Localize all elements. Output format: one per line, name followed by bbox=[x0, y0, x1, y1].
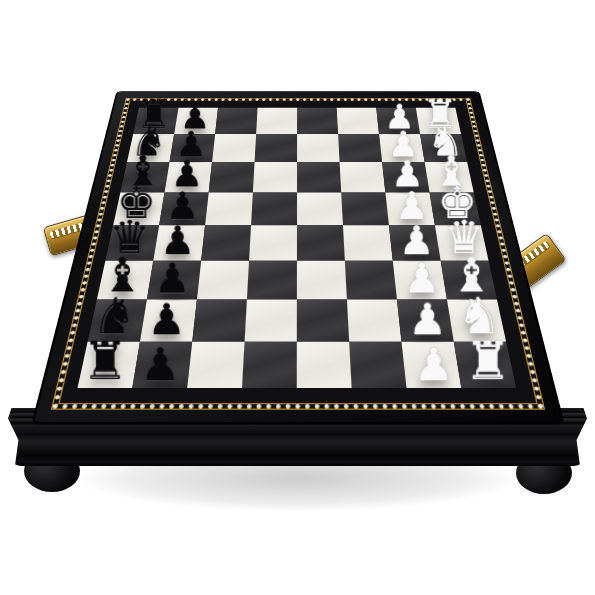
square-b6[interactable] bbox=[192, 300, 247, 342]
square-a3[interactable] bbox=[349, 342, 406, 388]
square-c6[interactable] bbox=[196, 261, 248, 300]
square-b3[interactable] bbox=[346, 300, 401, 342]
square-a6[interactable] bbox=[187, 342, 244, 388]
square-b7[interactable]: ♟ bbox=[139, 300, 196, 342]
square-h4[interactable] bbox=[297, 108, 338, 134]
piece-white-pawn[interactable]: ♟ bbox=[396, 258, 446, 299]
square-d4[interactable] bbox=[296, 225, 344, 261]
square-g3[interactable] bbox=[338, 134, 382, 162]
board-top: ♜♟♟♜♞♟♟♞♝♟♟♝♚♟♟♚♛♟♟♛♝♟♟♝♞♟♟♞♜♟♟♜ bbox=[34, 92, 561, 422]
square-a7[interactable]: ♟ bbox=[132, 342, 192, 388]
square-f3[interactable] bbox=[339, 162, 385, 192]
square-e3[interactable] bbox=[341, 192, 389, 225]
square-c5[interactable] bbox=[246, 261, 296, 300]
square-h6[interactable] bbox=[215, 108, 257, 134]
square-a4[interactable] bbox=[296, 342, 351, 388]
square-b2[interactable]: ♟ bbox=[396, 300, 453, 342]
piece-white-pawn[interactable]: ♟ bbox=[406, 342, 461, 387]
square-a2[interactable]: ♟ bbox=[401, 342, 461, 388]
board-frame: ♜♟♟♜♞♟♟♞♝♟♟♝♚♟♟♚♛♟♟♛♝♟♟♝♞♟♟♞♜♟♟♜ bbox=[34, 92, 561, 422]
square-c3[interactable] bbox=[344, 261, 396, 300]
photo-scene: ♜♟♟♜♞♟♟♞♝♟♟♝♚♟♟♚♛♟♟♛♝♟♟♝♞♟♟♞♜♟♟♜ bbox=[0, 0, 595, 595]
square-g6[interactable] bbox=[212, 134, 256, 162]
square-f4[interactable] bbox=[297, 162, 341, 192]
square-b4[interactable] bbox=[296, 300, 348, 342]
square-a5[interactable] bbox=[241, 342, 296, 388]
piece-white-pawn[interactable]: ♟ bbox=[401, 298, 453, 341]
square-f5[interactable] bbox=[252, 162, 296, 192]
square-d5[interactable] bbox=[249, 225, 297, 261]
square-d3[interactable] bbox=[342, 225, 392, 261]
square-h5[interactable] bbox=[256, 108, 297, 134]
square-b5[interactable] bbox=[244, 300, 296, 342]
square-g4[interactable] bbox=[297, 134, 340, 162]
square-e6[interactable] bbox=[205, 192, 253, 225]
square-c4[interactable] bbox=[296, 261, 346, 300]
piece-black-rook[interactable]: ♜ bbox=[78, 335, 133, 387]
piece-black-pawn[interactable]: ♟ bbox=[132, 342, 187, 387]
square-h3[interactable] bbox=[336, 108, 378, 134]
square-f6[interactable] bbox=[208, 162, 254, 192]
piece-black-pawn[interactable]: ♟ bbox=[147, 258, 197, 299]
square-e5[interactable] bbox=[251, 192, 297, 225]
piece-white-rook[interactable]: ♜ bbox=[460, 335, 515, 387]
bead-border: ♜♟♟♜♞♟♟♞♝♟♟♝♚♟♟♚♛♟♟♛♝♟♟♝♞♟♟♞♜♟♟♜ bbox=[52, 99, 543, 409]
square-a8[interactable]: ♜ bbox=[77, 342, 139, 388]
square-d6[interactable] bbox=[201, 225, 251, 261]
square-g5[interactable] bbox=[254, 134, 297, 162]
square-e4[interactable] bbox=[297, 192, 343, 225]
square-a1[interactable]: ♜ bbox=[453, 342, 515, 388]
chess-board: ♜♟♟♜♞♟♟♞♝♟♟♝♚♟♟♚♛♟♟♛♝♟♟♝♞♟♟♞♜♟♟♜ bbox=[77, 108, 516, 388]
piece-black-pawn[interactable]: ♟ bbox=[140, 298, 192, 341]
